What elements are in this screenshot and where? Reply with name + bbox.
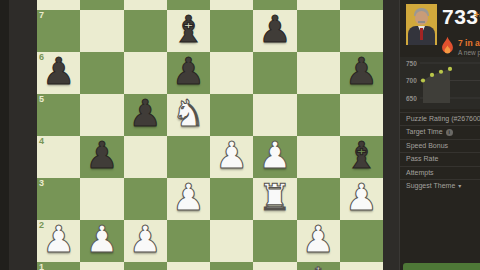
square-c3[interactable] — [124, 178, 167, 220]
menu-item-label: Suggest Theme — [406, 182, 455, 189]
square-f4[interactable]: ♟ — [253, 136, 296, 178]
square-a6[interactable]: 6♟ — [37, 52, 80, 94]
square-c7[interactable] — [124, 10, 167, 52]
square-f5[interactable] — [253, 94, 296, 136]
square-f6[interactable] — [253, 52, 296, 94]
square-a1[interactable]: 1 — [37, 262, 80, 270]
streak-text: 7 in a — [458, 38, 480, 48]
square-g2[interactable]: ♟ — [297, 220, 340, 262]
square-h3[interactable]: ♟ — [340, 178, 383, 220]
square-e6[interactable] — [210, 52, 253, 94]
square-g6[interactable] — [297, 52, 340, 94]
menu-item-label: Pass Rate — [406, 155, 438, 162]
rank-label-1: 1 — [39, 263, 44, 270]
square-a7[interactable]: 7 — [37, 10, 80, 52]
white-rook[interactable]: ♜ — [258, 177, 291, 219]
menu-item-suggest-theme[interactable]: Suggest Theme▾ — [400, 179, 480, 192]
square-b3[interactable] — [80, 178, 123, 220]
square-d6[interactable]: ♟ — [167, 52, 210, 94]
menu-item-label: Speed Bonus — [406, 142, 448, 149]
square-c4[interactable] — [124, 136, 167, 178]
square-c8[interactable] — [124, 0, 167, 10]
square-b4[interactable]: ♟ — [80, 136, 123, 178]
black-pawn[interactable]: ♟ — [42, 51, 75, 93]
rating-trend-chart — [420, 57, 480, 109]
black-bishop[interactable]: ♝ — [345, 135, 378, 177]
square-e1[interactable] — [210, 262, 253, 270]
rank-label-3: 3 — [39, 179, 44, 188]
menu-item-attempts[interactable]: Attempts — [400, 166, 480, 179]
puzzle-screen: 7♝♟6♟♟♟5♟♞4♟♟♟♝3♟♜♟2♟♟♟♟1♚ 733 +8 7 in a… — [0, 0, 480, 270]
square-f7[interactable]: ♟ — [253, 10, 296, 52]
square-e8[interactable] — [210, 0, 253, 10]
square-e2[interactable] — [210, 220, 253, 262]
menu-item-speed-bonus[interactable]: Speed Bonus — [400, 139, 480, 152]
square-b7[interactable] — [80, 10, 123, 52]
square-e4[interactable]: ♟ — [210, 136, 253, 178]
square-d2[interactable] — [167, 220, 210, 262]
streak-subtext: A new p — [458, 49, 480, 56]
square-c5[interactable]: ♟ — [124, 94, 167, 136]
graph-ytick-700: 700 — [406, 77, 417, 84]
square-h5[interactable] — [340, 94, 383, 136]
square-h7[interactable] — [340, 10, 383, 52]
avatar-tie — [420, 28, 423, 40]
square-b5[interactable] — [80, 94, 123, 136]
square-d4[interactable] — [167, 136, 210, 178]
square-a3[interactable]: 3 — [37, 178, 80, 220]
square-d7[interactable]: ♝ — [167, 10, 210, 52]
menu-item-pass-rate[interactable]: Pass Rate — [400, 152, 480, 165]
chevron-down-icon: ▾ — [458, 183, 461, 189]
square-h4[interactable]: ♝ — [340, 136, 383, 178]
white-pawn[interactable]: ♟ — [345, 177, 378, 219]
graph-ytick-750: 750 — [406, 60, 417, 67]
black-pawn[interactable]: ♟ — [172, 51, 205, 93]
black-pawn[interactable]: ♟ — [345, 51, 378, 93]
puzzle-stats-menu: Puzzle Rating (#2676000)Target TimeiSpee… — [400, 112, 480, 192]
menu-item-label: Attempts — [406, 169, 434, 176]
square-b2[interactable]: ♟ — [80, 220, 123, 262]
square-b8[interactable] — [80, 0, 123, 10]
white-pawn[interactable]: ♟ — [42, 219, 75, 261]
chess-board[interactable]: 7♝♟6♟♟♟5♟♞4♟♟♟♝3♟♜♟2♟♟♟♟1♚ — [37, 0, 383, 270]
avatar[interactable] — [406, 4, 437, 45]
square-a4[interactable]: 4 — [37, 136, 80, 178]
rating-delta: +8 — [474, 10, 480, 20]
menu-item-target-time[interactable]: Target Timei — [400, 125, 480, 138]
square-a8[interactable] — [37, 0, 80, 10]
black-pawn[interactable]: ♟ — [258, 9, 291, 51]
info-icon[interactable]: i — [446, 129, 453, 136]
square-d1[interactable] — [167, 262, 210, 270]
rank-label-7: 7 — [39, 11, 44, 20]
graph-ytick-650: 650 — [406, 95, 417, 102]
square-g1[interactable]: ♚ — [297, 262, 340, 270]
square-b1[interactable] — [80, 262, 123, 270]
menu-item-puzzle-rating[interactable]: Puzzle Rating (#2676000) — [400, 112, 480, 125]
square-e3[interactable] — [210, 178, 253, 220]
white-pawn[interactable]: ♟ — [215, 135, 248, 177]
square-c1[interactable] — [124, 262, 167, 270]
streak-flame-icon — [441, 36, 454, 55]
black-bishop[interactable]: ♝ — [172, 9, 205, 51]
square-g8[interactable] — [297, 0, 340, 10]
white-pawn[interactable]: ♟ — [129, 219, 162, 261]
rank-label-5: 5 — [39, 95, 44, 104]
square-a5[interactable]: 5 — [37, 94, 80, 136]
square-g4[interactable] — [297, 136, 340, 178]
square-e7[interactable] — [210, 10, 253, 52]
square-g7[interactable] — [297, 10, 340, 52]
square-h1[interactable] — [340, 262, 383, 270]
menu-item-label: Puzzle Rating (#2676000) — [406, 115, 480, 122]
square-c2[interactable]: ♟ — [124, 220, 167, 262]
white-pawn[interactable]: ♟ — [258, 135, 291, 177]
square-h6[interactable]: ♟ — [340, 52, 383, 94]
square-f2[interactable] — [253, 220, 296, 262]
rating-graph-card: 750 700 650 — [400, 57, 480, 109]
square-a2[interactable]: 2♟ — [37, 220, 80, 262]
black-pawn[interactable]: ♟ — [129, 93, 162, 135]
square-b6[interactable] — [80, 52, 123, 94]
square-f1[interactable] — [253, 262, 296, 270]
square-d3[interactable]: ♟ — [167, 178, 210, 220]
square-e5[interactable] — [210, 94, 253, 136]
white-pawn[interactable]: ♟ — [172, 177, 205, 219]
white-pawn[interactable]: ♟ — [85, 219, 118, 261]
square-h8[interactable] — [340, 0, 383, 10]
square-f3[interactable]: ♜ — [253, 178, 296, 220]
white-knight[interactable]: ♞ — [172, 93, 205, 135]
white-pawn[interactable]: ♟ — [302, 219, 335, 261]
bottom-green-button[interactable] — [403, 263, 480, 270]
white-king[interactable]: ♚ — [302, 261, 335, 270]
square-c6[interactable] — [124, 52, 167, 94]
puzzle-sidebar: 733 +8 7 in a A new p 750 700 650 Puzzle… — [399, 0, 480, 270]
menu-item-label: Target Time — [406, 128, 443, 135]
avatar-mustache — [418, 21, 425, 23]
square-g3[interactable] — [297, 178, 340, 220]
left-margin — [0, 0, 9, 270]
square-h2[interactable] — [340, 220, 383, 262]
square-d5[interactable]: ♞ — [167, 94, 210, 136]
black-pawn[interactable]: ♟ — [85, 135, 118, 177]
rank-label-4: 4 — [39, 137, 44, 146]
square-g5[interactable] — [297, 94, 340, 136]
